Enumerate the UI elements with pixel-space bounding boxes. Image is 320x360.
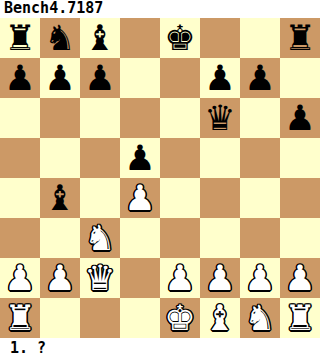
square-f4[interactable] — [200, 178, 240, 218]
square-e5[interactable] — [160, 138, 200, 178]
square-h8[interactable]: ♜ — [280, 18, 320, 58]
square-g6[interactable] — [240, 98, 280, 138]
square-c5[interactable] — [80, 138, 120, 178]
square-g1[interactable]: ♞ — [240, 298, 280, 338]
square-g4[interactable] — [240, 178, 280, 218]
square-d8[interactable] — [120, 18, 160, 58]
square-a8[interactable]: ♜ — [0, 18, 40, 58]
black-pawn-piece: ♟ — [84, 58, 115, 98]
square-e6[interactable] — [160, 98, 200, 138]
square-b7[interactable]: ♟ — [40, 58, 80, 98]
square-d3[interactable] — [120, 218, 160, 258]
square-d5[interactable]: ♟ — [120, 138, 160, 178]
square-h1[interactable]: ♜ — [280, 298, 320, 338]
black-knight-piece: ♞ — [44, 18, 75, 58]
square-e2[interactable]: ♟ — [160, 258, 200, 298]
square-f7[interactable]: ♟ — [200, 58, 240, 98]
window-title: Bench4.7187 — [0, 0, 320, 18]
square-h2[interactable]: ♟ — [280, 258, 320, 298]
white-queen-piece: ♛ — [84, 258, 115, 298]
white-pawn-piece: ♟ — [244, 258, 275, 298]
move-prompt: 1. ? — [0, 338, 320, 360]
square-a5[interactable] — [0, 138, 40, 178]
square-c7[interactable]: ♟ — [80, 58, 120, 98]
square-f1[interactable]: ♝ — [200, 298, 240, 338]
square-c2[interactable]: ♛ — [80, 258, 120, 298]
square-c3[interactable]: ♞ — [80, 218, 120, 258]
white-knight-piece: ♞ — [84, 218, 115, 258]
square-e1[interactable]: ♚ — [160, 298, 200, 338]
black-queen-piece: ♛ — [204, 98, 235, 138]
square-a3[interactable] — [0, 218, 40, 258]
square-f3[interactable] — [200, 218, 240, 258]
square-g7[interactable]: ♟ — [240, 58, 280, 98]
square-d4[interactable]: ♟ — [120, 178, 160, 218]
white-rook-piece: ♜ — [4, 298, 35, 338]
square-h5[interactable] — [280, 138, 320, 178]
square-c6[interactable] — [80, 98, 120, 138]
black-pawn-piece: ♟ — [4, 58, 35, 98]
square-g3[interactable] — [240, 218, 280, 258]
square-h6[interactable]: ♟ — [280, 98, 320, 138]
chess-board: ♜♞♝♚♜♟♟♟♟♟♛♟♟♝♟♞♟♟♛♟♟♟♟♜♚♝♞♜ — [0, 18, 320, 338]
square-f6[interactable]: ♛ — [200, 98, 240, 138]
black-bishop-piece: ♝ — [44, 178, 75, 218]
square-a6[interactable] — [0, 98, 40, 138]
square-e3[interactable] — [160, 218, 200, 258]
square-d2[interactable] — [120, 258, 160, 298]
square-f5[interactable] — [200, 138, 240, 178]
square-a1[interactable]: ♜ — [0, 298, 40, 338]
square-e4[interactable] — [160, 178, 200, 218]
square-g2[interactable]: ♟ — [240, 258, 280, 298]
black-rook-piece: ♜ — [284, 18, 315, 58]
square-b5[interactable] — [40, 138, 80, 178]
white-pawn-piece: ♟ — [44, 258, 75, 298]
square-a4[interactable] — [0, 178, 40, 218]
square-c4[interactable] — [80, 178, 120, 218]
white-pawn-piece: ♟ — [164, 258, 195, 298]
white-pawn-piece: ♟ — [124, 178, 155, 218]
square-f8[interactable] — [200, 18, 240, 58]
square-h3[interactable] — [280, 218, 320, 258]
square-e8[interactable]: ♚ — [160, 18, 200, 58]
square-d6[interactable] — [120, 98, 160, 138]
white-king-piece: ♚ — [164, 298, 195, 338]
square-b8[interactable]: ♞ — [40, 18, 80, 58]
square-d7[interactable] — [120, 58, 160, 98]
black-pawn-piece: ♟ — [204, 58, 235, 98]
square-b6[interactable] — [40, 98, 80, 138]
square-h7[interactable] — [280, 58, 320, 98]
black-pawn-piece: ♟ — [124, 138, 155, 178]
chess-app-window: Bench4.7187 ♜♞♝♚♜♟♟♟♟♟♛♟♟♝♟♞♟♟♛♟♟♟♟♜♚♝♞♜… — [0, 0, 320, 360]
white-rook-piece: ♜ — [284, 298, 315, 338]
black-rook-piece: ♜ — [4, 18, 35, 58]
white-pawn-piece: ♟ — [4, 258, 35, 298]
square-b1[interactable] — [40, 298, 80, 338]
black-king-piece: ♚ — [164, 18, 195, 58]
black-pawn-piece: ♟ — [244, 58, 275, 98]
square-b3[interactable] — [40, 218, 80, 258]
square-a7[interactable]: ♟ — [0, 58, 40, 98]
square-h4[interactable] — [280, 178, 320, 218]
white-pawn-piece: ♟ — [204, 258, 235, 298]
square-g5[interactable] — [240, 138, 280, 178]
white-knight-piece: ♞ — [244, 298, 275, 338]
white-bishop-piece: ♝ — [204, 298, 235, 338]
black-pawn-piece: ♟ — [284, 98, 315, 138]
white-pawn-piece: ♟ — [284, 258, 315, 298]
square-f2[interactable]: ♟ — [200, 258, 240, 298]
square-e7[interactable] — [160, 58, 200, 98]
square-c8[interactable]: ♝ — [80, 18, 120, 58]
square-b4[interactable]: ♝ — [40, 178, 80, 218]
black-pawn-piece: ♟ — [44, 58, 75, 98]
black-bishop-piece: ♝ — [84, 18, 115, 58]
square-d1[interactable] — [120, 298, 160, 338]
square-g8[interactable] — [240, 18, 280, 58]
square-b2[interactable]: ♟ — [40, 258, 80, 298]
square-c1[interactable] — [80, 298, 120, 338]
square-a2[interactable]: ♟ — [0, 258, 40, 298]
